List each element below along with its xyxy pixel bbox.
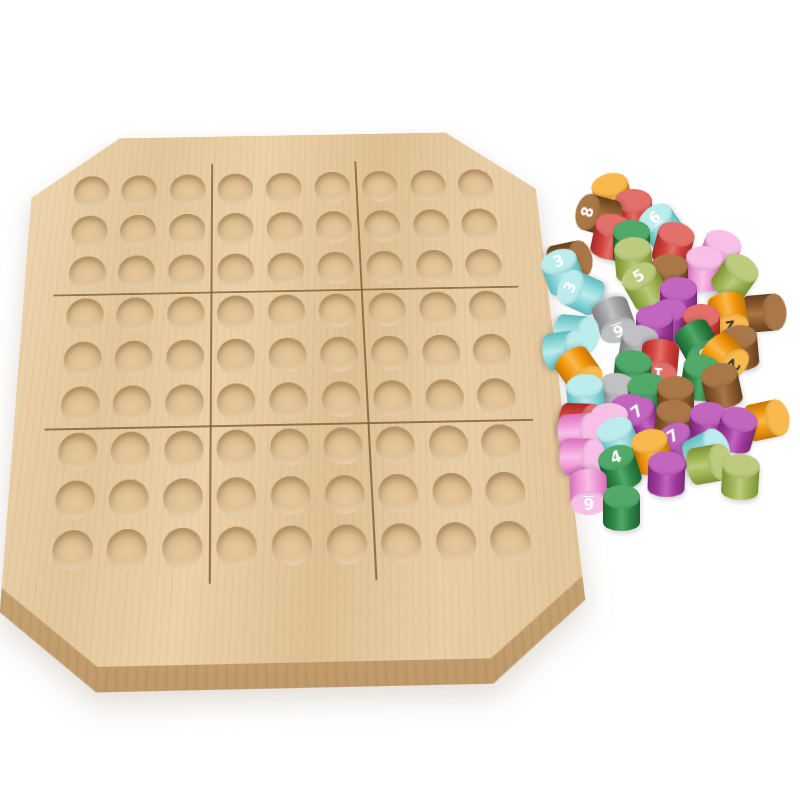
board-hole[interactable] [489,521,533,562]
board-cell-r8c5 [263,471,318,521]
board-cell-r2c2 [113,210,163,251]
board-hole[interactable] [218,295,255,330]
peg-pink-6[interactable]: 6 [569,468,608,515]
board-hole[interactable] [218,213,254,246]
board-cell-r4c3 [160,292,211,336]
board-cell-r7c9 [473,419,530,467]
board-hole[interactable] [434,522,477,563]
board-cell-r3c7 [359,246,411,289]
board-cell-r9c6 [318,519,375,571]
board-cell-r6c7 [365,375,420,422]
board-cell-r4c6 [311,289,363,333]
board-cell-r5c2 [107,336,160,382]
board-hole[interactable] [415,250,454,284]
board-cell-r2c4 [211,208,260,249]
board-cell-r4c7 [361,288,414,332]
board-cell-r5c4 [211,334,263,380]
board-hole[interactable] [165,384,204,421]
board-cell-r7c4 [210,424,263,473]
board-hole[interactable] [218,253,255,287]
peg-magenta[interactable] [647,450,686,497]
board-hole[interactable] [57,432,98,471]
board-hole[interactable] [468,290,508,325]
board-hole[interactable] [314,172,351,204]
board-cell-r6c6 [314,376,368,423]
board-cell-r5c8 [414,330,469,375]
board-hole[interactable] [217,526,258,567]
board-hole[interactable] [424,379,465,416]
board-hole[interactable] [112,385,152,422]
board-cell-r9c1 [43,524,101,576]
peg-top-face [603,485,640,509]
board-hole[interactable] [372,380,412,417]
peg-number: 5 [631,267,648,285]
board-cell-r2c7 [357,206,408,247]
board-hole[interactable] [377,474,419,514]
board-hole[interactable] [370,336,410,372]
board-hole[interactable] [267,252,304,286]
board-cell-r7c8 [420,420,477,468]
board-cell-r9c2 [99,523,156,575]
board-hole[interactable] [170,174,206,206]
board-cell-r2c9 [454,204,507,245]
board-hole[interactable] [217,338,255,374]
board-cell-r7c5 [263,423,317,472]
board-hole[interactable] [480,424,523,462]
board-hole[interactable] [51,530,94,571]
peg-number: 3 [562,279,580,295]
board-cell-r5c5 [262,333,314,378]
board-cell-r1c1 [66,172,116,212]
board-hole[interactable] [268,294,306,329]
board-hole[interactable] [166,339,204,375]
board-cell-r8c7 [370,469,427,519]
board-hole[interactable] [106,529,148,570]
product-photo-canvas: 863536252127674 [0,0,800,800]
board-hole[interactable] [271,476,312,516]
peg-number: 3 [551,253,566,271]
board-cell-r7c6 [315,422,370,471]
board-cell-r9c8 [427,517,486,569]
board-cell-r1c8 [403,166,454,206]
board-cell-r4c1 [58,294,111,338]
board-hole[interactable] [366,251,404,285]
board-cell-r3c3 [161,250,211,293]
board-cell-r2c6 [309,207,359,248]
board-cell-r8c9 [477,466,535,516]
board-hole[interactable] [266,212,303,245]
peg-number: 8 [579,205,596,219]
board-cell-r8c2 [101,474,157,524]
board-cell-r1c9 [450,165,502,205]
board-cell-r8c4 [210,472,264,522]
board-hole[interactable] [318,293,357,328]
board-hole[interactable] [368,292,407,327]
board-hole[interactable] [116,297,154,332]
board-hole[interactable] [218,173,254,205]
board-cell-r9c3 [154,522,210,574]
board-hole[interactable] [324,475,365,515]
board-cell-r6c4 [210,378,263,425]
board-cell-r5c6 [312,332,365,377]
board-cell-r3c8 [408,245,461,288]
board-hole[interactable] [119,215,156,248]
board-hole[interactable] [60,386,100,423]
board-hole[interactable] [217,429,256,467]
board-cell-r3c1 [61,252,113,295]
board-hole[interactable] [114,340,153,376]
board-hole[interactable] [476,378,518,415]
peg-number: 7 [629,403,646,421]
board-cell-r1c4 [212,169,260,209]
board-hole[interactable] [54,480,96,520]
board-hole[interactable] [412,209,450,242]
board-hole[interactable] [108,479,149,519]
board-cell-r3c4 [211,249,261,292]
board-cell-r2c8 [405,205,457,246]
board-cell-r5c1 [55,337,109,383]
board-hole[interactable] [457,169,495,201]
board-cell-r7c7 [368,421,424,470]
board-hole[interactable] [380,523,423,564]
board-hole[interactable] [70,215,108,248]
board-cell-r5c9 [465,329,520,374]
board-hole[interactable] [361,171,398,203]
board-cell-r3c9 [457,244,510,287]
board-hole[interactable] [65,298,104,333]
board-hole[interactable] [63,341,103,377]
board-hole[interactable] [409,170,447,202]
board-cell-r8c6 [317,470,373,520]
board-cell-r2c1 [63,211,114,252]
board-hole[interactable] [326,524,368,565]
board-hole[interactable] [363,210,401,243]
board-cell-r1c2 [115,171,165,211]
board-cell-r6c9 [468,373,524,420]
board-cell-r6c3 [158,379,211,426]
board-cell-r1c5 [260,168,309,208]
board-hole[interactable] [167,296,205,331]
board-hole[interactable] [168,254,205,288]
board-cell-r3c6 [310,247,361,290]
board-cell-r9c4 [209,521,264,573]
board-hole[interactable] [164,430,204,468]
board-hole[interactable] [163,478,203,518]
board-hole[interactable] [472,334,513,370]
board-hole[interactable] [217,383,256,420]
board-cell-r7c3 [157,425,211,474]
board-hole[interactable] [121,175,158,207]
board-cell-r9c9 [481,515,541,567]
board-cell-r4c8 [411,287,465,331]
board-surface [0,131,592,669]
board-cell-r6c5 [262,377,315,424]
board-hole[interactable] [268,337,307,373]
board-hole[interactable] [315,211,352,244]
board-cell-r2c3 [162,209,211,250]
board-hole[interactable] [421,335,461,371]
board-cell-r4c4 [211,291,262,335]
board-hole[interactable] [319,336,358,372]
board-cell-r9c5 [264,520,320,572]
board-cell-r5c3 [159,335,211,381]
board-hole[interactable] [418,291,458,326]
board-hole[interactable] [464,249,504,283]
board-hole[interactable] [427,425,469,463]
board-hole[interactable] [217,477,257,517]
peg-number: 6 [583,495,594,510]
board-hole[interactable] [271,525,312,566]
board-cell-r6c2 [105,380,159,427]
board-cell-r1c3 [163,170,212,210]
peg-green[interactable] [603,485,640,531]
board-cell-r4c5 [261,290,312,334]
board-cell-r6c1 [53,381,108,428]
board-hole[interactable] [322,427,363,465]
board-hole[interactable] [484,472,527,512]
board-cell-r3c2 [111,251,162,294]
board-hole[interactable] [110,431,150,470]
board-cell-r6c8 [417,374,473,421]
sudoku-board [0,131,592,669]
board-hole[interactable] [68,256,106,290]
board-hole[interactable] [73,176,110,208]
board-cell-r7c1 [50,427,106,476]
board-hole[interactable] [431,473,474,513]
board-hole[interactable] [321,381,361,418]
board-cell-r3c5 [261,248,312,291]
peg-number: 4 [609,449,624,466]
board-hole[interactable] [269,382,308,419]
board-cell-r2c5 [260,208,310,249]
board-hole[interactable] [162,528,203,569]
board-cell-r4c9 [461,286,515,330]
peg-olive[interactable] [720,453,760,501]
board-cell-r4c2 [109,293,161,337]
board-hole[interactable] [375,426,416,464]
board-cell-r9c7 [373,518,431,570]
board-cell-r8c8 [423,467,481,517]
board-hole[interactable] [118,255,156,289]
holes-grid [43,165,540,577]
board-cell-r8c1 [47,475,104,525]
board-cell-r1c6 [307,168,357,208]
board-cell-r5c7 [363,331,417,376]
peg-top-face [657,376,694,400]
board-cell-r7c2 [103,426,158,475]
board-hole[interactable] [270,428,310,466]
board-hole[interactable] [169,214,206,247]
board-cell-r1c7 [355,167,405,207]
board-hole[interactable] [316,251,354,285]
board-hole[interactable] [266,173,302,205]
board-hole[interactable] [460,208,499,241]
board-cell-r8c3 [155,473,210,523]
